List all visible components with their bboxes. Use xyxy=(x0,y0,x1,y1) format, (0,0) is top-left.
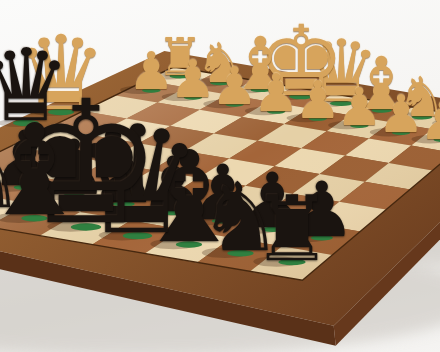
piece-black-knight-g8: ♞ xyxy=(0,127,26,222)
piece-white-pawn-e2: ♟ xyxy=(253,67,300,119)
piece-white-pawn-b2: ♟ xyxy=(378,88,425,140)
chess-set-photo: ♜♞♝♛♚♝♞♜♟♟♟♟♟♟♟♟♟♟♟♟♟♟♟♟♜♞♝♛♚♝♞♜♛♛ xyxy=(0,0,440,352)
piece-white-pawn-d2: ♟ xyxy=(294,74,341,126)
piece-white-pawn-f2: ♟ xyxy=(211,60,258,112)
piece-white-pawn-c2: ♟ xyxy=(336,81,383,133)
